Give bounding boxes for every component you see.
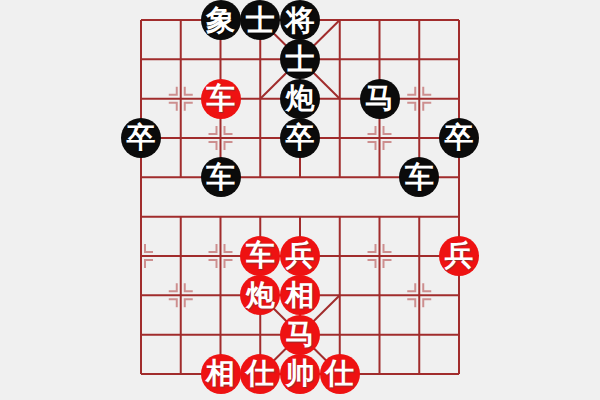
- piece-red-horse[interactable]: 马: [280, 315, 320, 355]
- piece-black-chariot[interactable]: 车: [201, 157, 241, 197]
- piece-black-advisor[interactable]: 士: [240, 0, 280, 40]
- piece-red-general[interactable]: 帅: [280, 354, 320, 394]
- piece-black-elephant[interactable]: 象: [201, 0, 241, 40]
- piece-black-soldier[interactable]: 卒: [280, 118, 320, 158]
- piece-black-general[interactable]: 将: [280, 0, 320, 40]
- piece-red-advisor[interactable]: 仕: [240, 354, 280, 394]
- pieces-layer: 象士将士车炮马卒卒卒车车车兵兵炮相马相仕帅仕: [121, 0, 479, 393]
- piece-black-soldier[interactable]: 卒: [439, 118, 479, 158]
- piece-black-soldier[interactable]: 卒: [121, 118, 161, 158]
- piece-red-chariot[interactable]: 车: [240, 236, 280, 276]
- piece-red-soldier[interactable]: 兵: [439, 236, 479, 276]
- piece-black-advisor[interactable]: 士: [280, 39, 320, 79]
- piece-black-cannon[interactable]: 炮: [280, 79, 320, 119]
- piece-red-advisor[interactable]: 仕: [320, 354, 360, 394]
- piece-black-chariot[interactable]: 车: [399, 157, 439, 197]
- piece-red-elephant[interactable]: 相: [201, 354, 241, 394]
- piece-red-chariot[interactable]: 车: [201, 79, 241, 119]
- piece-red-soldier[interactable]: 兵: [280, 236, 320, 276]
- piece-black-horse[interactable]: 马: [360, 79, 400, 119]
- piece-red-cannon[interactable]: 炮: [240, 275, 280, 315]
- board-stage: 象士将士车炮马卒卒卒车车车兵兵炮相马相仕帅仕: [0, 0, 600, 400]
- piece-red-elephant[interactable]: 相: [280, 275, 320, 315]
